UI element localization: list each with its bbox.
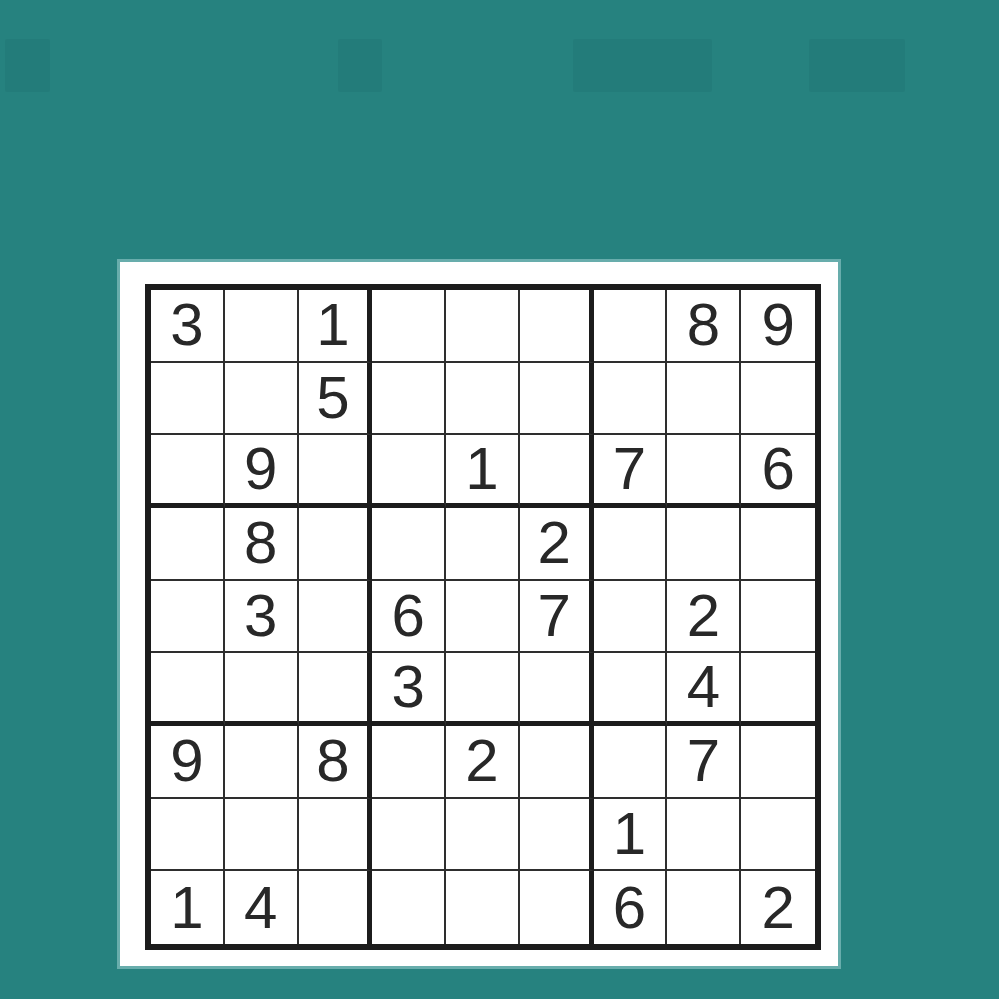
sudoku-cell[interactable] xyxy=(446,581,520,654)
sudoku-cell[interactable]: 7 xyxy=(594,435,668,508)
sudoku-cell[interactable] xyxy=(741,726,815,799)
sudoku-cell[interactable] xyxy=(667,871,741,944)
puzzle-card: 31895917682367234982711462 xyxy=(120,262,838,966)
sudoku-cell[interactable] xyxy=(520,799,594,872)
sudoku-cell[interactable] xyxy=(741,508,815,581)
sudoku-cell[interactable] xyxy=(520,653,594,726)
sudoku-cell[interactable] xyxy=(372,508,446,581)
sudoku-cell[interactable] xyxy=(520,871,594,944)
watermark-rect xyxy=(573,39,712,92)
sudoku-cell[interactable] xyxy=(741,653,815,726)
watermark-rect xyxy=(338,39,382,92)
sudoku-cell[interactable] xyxy=(520,363,594,436)
sudoku-cell[interactable] xyxy=(299,508,373,581)
sudoku-cell[interactable] xyxy=(667,508,741,581)
sudoku-cell[interactable]: 3 xyxy=(225,581,299,654)
sudoku-cell[interactable]: 1 xyxy=(446,435,520,508)
sudoku-cell[interactable] xyxy=(299,799,373,872)
sudoku-cell[interactable] xyxy=(225,799,299,872)
sudoku-cell[interactable] xyxy=(667,363,741,436)
sudoku-cell[interactable]: 2 xyxy=(520,508,594,581)
sudoku-cell[interactable] xyxy=(594,363,668,436)
sudoku-cell[interactable]: 1 xyxy=(594,799,668,872)
sudoku-cell[interactable] xyxy=(151,581,225,654)
sudoku-cell[interactable] xyxy=(151,799,225,872)
sudoku-cell[interactable] xyxy=(741,799,815,872)
sudoku-cell[interactable] xyxy=(520,290,594,363)
sudoku-cell[interactable]: 4 xyxy=(225,871,299,944)
sudoku-cell[interactable]: 6 xyxy=(372,581,446,654)
sudoku-cell[interactable] xyxy=(741,581,815,654)
sudoku-cell[interactable]: 1 xyxy=(151,871,225,944)
sudoku-cell[interactable]: 8 xyxy=(667,290,741,363)
sudoku-cell[interactable] xyxy=(225,653,299,726)
sudoku-cell[interactable] xyxy=(446,653,520,726)
sudoku-cell[interactable] xyxy=(225,726,299,799)
sudoku-cell[interactable]: 7 xyxy=(520,581,594,654)
sudoku-cell[interactable] xyxy=(299,435,373,508)
sudoku-cell[interactable]: 9 xyxy=(225,435,299,508)
sudoku-cell[interactable] xyxy=(151,363,225,436)
sudoku-cell[interactable]: 2 xyxy=(667,581,741,654)
sudoku-cell[interactable] xyxy=(594,290,668,363)
sudoku-cell[interactable] xyxy=(372,726,446,799)
sudoku-cell[interactable]: 2 xyxy=(446,726,520,799)
sudoku-cell[interactable] xyxy=(372,871,446,944)
watermark-rect xyxy=(809,39,905,92)
sudoku-cell[interactable] xyxy=(299,653,373,726)
sudoku-cell[interactable] xyxy=(151,435,225,508)
sudoku-cell[interactable] xyxy=(594,653,668,726)
sudoku-cell[interactable]: 8 xyxy=(225,508,299,581)
sudoku-cell[interactable]: 9 xyxy=(151,726,225,799)
sudoku-cell[interactable]: 9 xyxy=(741,290,815,363)
sudoku-cell[interactable] xyxy=(299,871,373,944)
sudoku-cell[interactable] xyxy=(225,290,299,363)
sudoku-cell[interactable] xyxy=(372,363,446,436)
sudoku-cell[interactable] xyxy=(520,726,594,799)
sudoku-cell[interactable] xyxy=(299,581,373,654)
sudoku-cell[interactable] xyxy=(594,508,668,581)
sudoku-cell[interactable]: 4 xyxy=(667,653,741,726)
sudoku-cell[interactable]: 3 xyxy=(372,653,446,726)
sudoku-cell[interactable] xyxy=(520,435,594,508)
sudoku-cell[interactable] xyxy=(372,290,446,363)
sudoku-cell[interactable] xyxy=(446,363,520,436)
sudoku-cell[interactable]: 2 xyxy=(741,871,815,944)
sudoku-cell[interactable] xyxy=(667,435,741,508)
sudoku-cell[interactable] xyxy=(151,653,225,726)
sudoku-cell[interactable]: 5 xyxy=(299,363,373,436)
sudoku-cell[interactable] xyxy=(446,799,520,872)
sudoku-cell[interactable]: 7 xyxy=(667,726,741,799)
sudoku-cell[interactable] xyxy=(741,363,815,436)
sudoku-cell[interactable] xyxy=(151,508,225,581)
sudoku-cell[interactable]: 6 xyxy=(741,435,815,508)
sudoku-cell[interactable] xyxy=(446,290,520,363)
sudoku-cell[interactable] xyxy=(594,581,668,654)
sudoku-cell[interactable] xyxy=(372,435,446,508)
sudoku-cell[interactable] xyxy=(446,508,520,581)
watermark-rect xyxy=(5,39,50,92)
sudoku-cell[interactable] xyxy=(225,363,299,436)
sudoku-cell[interactable]: 8 xyxy=(299,726,373,799)
sudoku-cell[interactable]: 3 xyxy=(151,290,225,363)
sudoku-board: 31895917682367234982711462 xyxy=(145,284,821,950)
sudoku-cell[interactable] xyxy=(594,726,668,799)
sudoku-cell[interactable]: 6 xyxy=(594,871,668,944)
sudoku-cell[interactable]: 1 xyxy=(299,290,373,363)
sudoku-cell[interactable] xyxy=(372,799,446,872)
sudoku-cell[interactable] xyxy=(446,871,520,944)
sudoku-cell[interactable] xyxy=(667,799,741,872)
